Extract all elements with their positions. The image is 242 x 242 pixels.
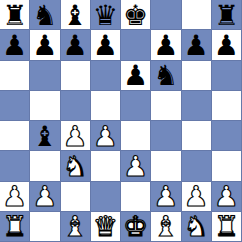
square-e1[interactable]: ♚ [121,212,151,242]
white-rook[interactable]: ♜ [214,213,239,241]
black-pawn[interactable]: ♟ [184,32,209,60]
square-e2[interactable] [121,182,151,212]
white-queen[interactable]: ♛ [93,213,118,241]
square-a7[interactable]: ♟ [0,30,30,60]
black-rook[interactable]: ♜ [214,2,239,30]
square-a6[interactable] [0,61,30,91]
white-knight[interactable]: ♞ [63,153,88,181]
white-bishop[interactable]: ♝ [153,213,178,241]
square-a4[interactable] [0,121,30,151]
black-pawn[interactable]: ♟ [32,32,57,60]
white-pawn[interactable]: ♟ [214,183,239,211]
white-pawn[interactable]: ♟ [93,123,118,151]
white-knight[interactable]: ♞ [184,213,209,241]
square-c1[interactable]: ♝ [61,212,91,242]
white-pawn[interactable]: ♟ [123,153,148,181]
black-bishop[interactable]: ♝ [32,123,57,151]
square-g8[interactable] [182,0,212,30]
square-g6[interactable] [182,61,212,91]
black-pawn[interactable]: ♟ [214,32,239,60]
square-g5[interactable] [182,91,212,121]
square-b3[interactable] [30,151,60,181]
square-h4[interactable] [212,121,242,151]
square-a5[interactable] [0,91,30,121]
black-pawn[interactable]: ♟ [123,62,148,90]
square-c2[interactable] [61,182,91,212]
square-a2[interactable]: ♟ [0,182,30,212]
square-c3[interactable]: ♞ [61,151,91,181]
black-pawn[interactable]: ♟ [2,32,27,60]
white-pawn[interactable]: ♟ [153,183,178,211]
square-e4[interactable] [121,121,151,151]
square-f3[interactable] [151,151,181,181]
square-f4[interactable] [151,121,181,151]
square-a3[interactable] [0,151,30,181]
square-a8[interactable]: ♜ [0,0,30,30]
white-pawn[interactable]: ♟ [184,183,209,211]
square-f5[interactable] [151,91,181,121]
square-h3[interactable] [212,151,242,181]
square-h8[interactable]: ♜ [212,0,242,30]
square-g2[interactable]: ♟ [182,182,212,212]
square-a1[interactable]: ♜ [0,212,30,242]
square-b8[interactable]: ♞ [30,0,60,30]
black-knight[interactable]: ♞ [153,62,178,90]
square-f7[interactable]: ♟ [151,30,181,60]
square-b5[interactable] [30,91,60,121]
white-king[interactable]: ♚ [123,213,148,241]
square-g3[interactable] [182,151,212,181]
white-pawn[interactable]: ♟ [2,183,27,211]
square-d3[interactable] [91,151,121,181]
square-g1[interactable]: ♞ [182,212,212,242]
square-h1[interactable]: ♜ [212,212,242,242]
square-e7[interactable] [121,30,151,60]
square-h5[interactable] [212,91,242,121]
square-h2[interactable]: ♟ [212,182,242,212]
square-c4[interactable]: ♟ [61,121,91,151]
square-b1[interactable] [30,212,60,242]
square-c7[interactable]: ♟ [61,30,91,60]
square-h7[interactable]: ♟ [212,30,242,60]
square-f6[interactable]: ♞ [151,61,181,91]
black-queen[interactable]: ♛ [93,2,118,30]
square-g7[interactable]: ♟ [182,30,212,60]
square-c5[interactable] [61,91,91,121]
black-bishop[interactable]: ♝ [63,2,88,30]
square-e3[interactable]: ♟ [121,151,151,181]
white-pawn[interactable]: ♟ [32,183,57,211]
square-e6[interactable]: ♟ [121,61,151,91]
square-f2[interactable]: ♟ [151,182,181,212]
square-d2[interactable] [91,182,121,212]
square-b2[interactable]: ♟ [30,182,60,212]
square-f8[interactable] [151,0,181,30]
square-g4[interactable] [182,121,212,151]
square-f1[interactable]: ♝ [151,212,181,242]
square-b6[interactable] [30,61,60,91]
black-pawn[interactable]: ♟ [63,32,88,60]
square-d4[interactable]: ♟ [91,121,121,151]
white-rook[interactable]: ♜ [2,213,27,241]
white-pawn[interactable]: ♟ [63,123,88,151]
black-king[interactable]: ♚ [123,2,148,30]
square-d5[interactable] [91,91,121,121]
black-rook[interactable]: ♜ [2,2,27,30]
square-h6[interactable] [212,61,242,91]
square-d6[interactable] [91,61,121,91]
square-e8[interactable]: ♚ [121,0,151,30]
square-b7[interactable]: ♟ [30,30,60,60]
black-knight[interactable]: ♞ [32,2,57,30]
chess-board: ♜♞♝♛♚♜♟♟♟♟♟♟♟♟♞♝♟♟♞♟♟♟♟♟♟♜♝♛♚♝♞♜ [0,0,242,242]
square-d8[interactable]: ♛ [91,0,121,30]
square-d7[interactable]: ♟ [91,30,121,60]
white-bishop[interactable]: ♝ [63,213,88,241]
black-pawn[interactable]: ♟ [153,32,178,60]
black-pawn[interactable]: ♟ [93,32,118,60]
square-e5[interactable] [121,91,151,121]
square-c6[interactable] [61,61,91,91]
square-b4[interactable]: ♝ [30,121,60,151]
square-d1[interactable]: ♛ [91,212,121,242]
square-c8[interactable]: ♝ [61,0,91,30]
